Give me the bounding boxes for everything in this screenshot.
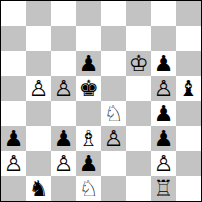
piece-wK-f6: ♔ (129, 51, 149, 76)
square-c1[interactable] (51, 176, 76, 201)
piece-bP-a3: ♟ (4, 126, 24, 151)
piece-bP-g3: ♟ (154, 126, 174, 151)
square-f2[interactable] (126, 151, 151, 176)
square-e1[interactable] (101, 176, 126, 201)
square-h7[interactable] (176, 26, 201, 51)
square-d5[interactable]: ♚ (76, 76, 101, 101)
square-c6[interactable] (51, 51, 76, 76)
square-f8[interactable] (126, 1, 151, 26)
square-b6[interactable] (26, 51, 51, 76)
square-b4[interactable] (26, 101, 51, 126)
piece-wN-d1: ♘ (79, 176, 99, 201)
square-f4[interactable] (126, 101, 151, 126)
square-h3[interactable] (176, 126, 201, 151)
square-a2[interactable]: ♙ (1, 151, 26, 176)
square-a4[interactable] (1, 101, 26, 126)
square-c4[interactable] (51, 101, 76, 126)
square-h5[interactable]: ♝ (176, 76, 201, 101)
square-h6[interactable] (176, 51, 201, 76)
square-f3[interactable] (126, 126, 151, 151)
piece-wP-c2: ♙ (54, 151, 74, 176)
square-h4[interactable] (176, 101, 201, 126)
square-b5[interactable]: ♙ (26, 76, 51, 101)
piece-wP-e3: ♙ (104, 126, 124, 151)
piece-bP-c3: ♟ (54, 126, 74, 151)
piece-wB-d3: ♗ (79, 126, 99, 151)
square-d4[interactable] (76, 101, 101, 126)
square-d6[interactable]: ♟ (76, 51, 101, 76)
square-h8[interactable] (176, 1, 201, 26)
square-a7[interactable] (1, 26, 26, 51)
square-g1[interactable]: ♖ (151, 176, 176, 201)
square-h1[interactable] (176, 176, 201, 201)
piece-wN-e4: ♘ (104, 101, 124, 126)
square-c7[interactable] (51, 26, 76, 51)
square-c8[interactable] (51, 1, 76, 26)
square-a1[interactable] (1, 176, 26, 201)
square-e7[interactable] (101, 26, 126, 51)
square-g3[interactable]: ♟ (151, 126, 176, 151)
square-d1[interactable]: ♘ (76, 176, 101, 201)
square-e6[interactable] (101, 51, 126, 76)
square-h2[interactable] (176, 151, 201, 176)
square-d8[interactable] (76, 1, 101, 26)
square-c2[interactable]: ♙ (51, 151, 76, 176)
square-g6[interactable]: ♟ (151, 51, 176, 76)
square-g8[interactable] (151, 1, 176, 26)
piece-bP-d6: ♟ (79, 51, 99, 76)
piece-bN-b1: ♞ (29, 176, 49, 201)
square-c3[interactable]: ♟ (51, 126, 76, 151)
square-e2[interactable] (101, 151, 126, 176)
square-f5[interactable] (126, 76, 151, 101)
square-c5[interactable]: ♙ (51, 76, 76, 101)
piece-wP-g5: ♙ (154, 76, 174, 101)
piece-bK-d5: ♚ (79, 76, 99, 101)
square-e4[interactable]: ♘ (101, 101, 126, 126)
square-b2[interactable] (26, 151, 51, 176)
piece-bP-d2: ♟ (79, 151, 99, 176)
piece-wP-c5: ♙ (54, 76, 74, 101)
square-f7[interactable] (126, 26, 151, 51)
square-e5[interactable] (101, 76, 126, 101)
piece-wP-a2: ♙ (4, 151, 24, 176)
piece-wP-g2: ♙ (154, 151, 174, 176)
square-d3[interactable]: ♗ (76, 126, 101, 151)
square-b3[interactable] (26, 126, 51, 151)
square-a6[interactable] (1, 51, 26, 76)
square-g5[interactable]: ♙ (151, 76, 176, 101)
square-g2[interactable]: ♙ (151, 151, 176, 176)
square-g4[interactable]: ♟ (151, 101, 176, 126)
chess-board: ♟♔♟♙♙♚♙♝♘♟♟♟♗♙♟♙♙♟♙♞♘♖ (1, 1, 201, 201)
square-a5[interactable] (1, 76, 26, 101)
square-g7[interactable] (151, 26, 176, 51)
square-b7[interactable] (26, 26, 51, 51)
square-d2[interactable]: ♟ (76, 151, 101, 176)
piece-bP-g6: ♟ (154, 51, 174, 76)
square-f6[interactable]: ♔ (126, 51, 151, 76)
chess-board-frame: ♟♔♟♙♙♚♙♝♘♟♟♟♗♙♟♙♙♟♙♞♘♖ (0, 0, 202, 202)
square-a8[interactable] (1, 1, 26, 26)
square-a3[interactable]: ♟ (1, 126, 26, 151)
square-b8[interactable] (26, 1, 51, 26)
square-d7[interactable] (76, 26, 101, 51)
square-e3[interactable]: ♙ (101, 126, 126, 151)
piece-bP-g4: ♟ (154, 101, 174, 126)
piece-wR-g1: ♖ (154, 176, 174, 201)
square-f1[interactable] (126, 176, 151, 201)
piece-wP-b5: ♙ (29, 76, 49, 101)
square-b1[interactable]: ♞ (26, 176, 51, 201)
square-e8[interactable] (101, 1, 126, 26)
piece-bB-h5: ♝ (179, 76, 199, 101)
